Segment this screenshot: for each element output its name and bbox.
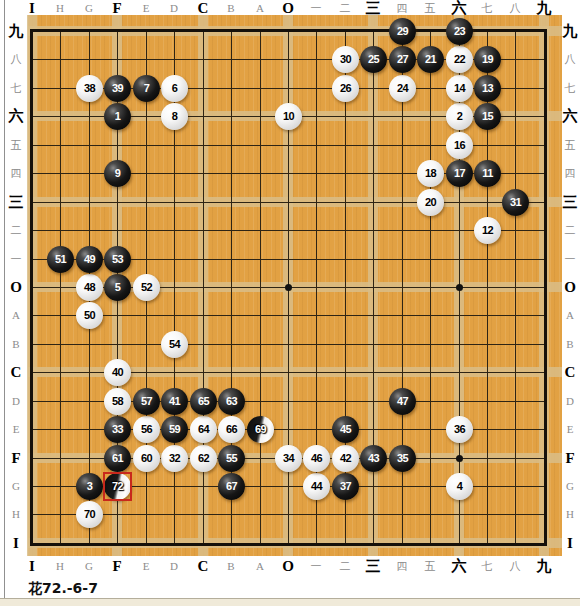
stone-move-number: 46 — [311, 453, 322, 464]
stone-black-3: 3 — [76, 473, 103, 500]
stone-black-43: 43 — [360, 445, 387, 472]
status-strip — [0, 598, 580, 606]
coordinate-label: 二 — [340, 559, 351, 574]
stone-white-56: 56 — [133, 416, 160, 443]
stone-white-14: 14 — [446, 75, 473, 102]
stone-move-number: 65 — [198, 396, 209, 407]
stone-move-number: 5 — [115, 282, 121, 293]
star-point — [456, 455, 463, 462]
coordinate-label: 一 — [311, 1, 322, 16]
stone-move-number: 18 — [425, 168, 436, 179]
stone-white-18: 18 — [417, 160, 444, 187]
stone-white-36: 36 — [446, 416, 473, 443]
stone-black-33: 33 — [104, 416, 131, 443]
stone-white-16: 16 — [446, 132, 473, 159]
coordinate-label: H — [566, 508, 574, 520]
coordinate-label: 七 — [565, 81, 576, 96]
stone-move-number: 16 — [454, 140, 465, 151]
stone-move-number: 56 — [141, 424, 152, 435]
coordinate-label: F — [11, 450, 20, 467]
coordinate-label: 六 — [563, 107, 578, 126]
coordinate-label: E — [143, 560, 150, 572]
coordinate-label: 二 — [565, 223, 576, 238]
stone-black-25: 25 — [360, 46, 387, 73]
stone-move-number: 41 — [169, 396, 180, 407]
stone-black-63: 63 — [218, 388, 245, 415]
stone-move-number: 20 — [425, 197, 436, 208]
coordinate-label: I — [29, 558, 35, 575]
stone-move-number: 50 — [84, 310, 95, 321]
coordinate-label: I — [29, 0, 35, 17]
coordinate-label: A — [256, 560, 264, 572]
stone-white-30: 30 — [332, 46, 359, 73]
stone-move-number: 15 — [482, 111, 493, 122]
stone-white-20: 20 — [417, 189, 444, 216]
coordinate-label: A — [566, 309, 574, 321]
coordinate-label: O — [10, 279, 22, 296]
stone-black-61: 61 — [104, 445, 131, 472]
stone-move-number: 11 — [482, 168, 493, 179]
stone-move-number: 35 — [397, 453, 408, 464]
stone-black-13: 13 — [474, 75, 501, 102]
stone-white-62: 62 — [190, 445, 217, 472]
stone-move-number: 32 — [169, 453, 180, 464]
stone-white-48: 48 — [76, 274, 103, 301]
stone-move-number: 54 — [169, 339, 180, 350]
stone-move-number: 62 — [198, 453, 209, 464]
coordinate-label: H — [12, 508, 20, 520]
stone-move-number: 4 — [457, 481, 463, 492]
stone-black-21: 21 — [417, 46, 444, 73]
stone-white-52: 52 — [133, 274, 160, 301]
stone-move-number: 60 — [141, 453, 152, 464]
stone-white-24: 24 — [389, 75, 416, 102]
coordinate-label: G — [85, 560, 93, 572]
coordinate-label: 三 — [563, 193, 578, 212]
coordinate-label: 八 — [510, 559, 521, 574]
stone-move-number: 2 — [457, 111, 463, 122]
stone-white-4: 4 — [446, 473, 473, 500]
coordinate-label: E — [567, 423, 574, 435]
coordinate-label: D — [566, 395, 574, 407]
coordinate-label: 五 — [11, 138, 22, 153]
stone-white-50: 50 — [76, 302, 103, 329]
stone-move-number: 53 — [112, 254, 123, 265]
last-move-marker — [103, 472, 132, 501]
stone-black-23: 23 — [446, 18, 473, 45]
stone-move-number: 3 — [87, 481, 93, 492]
coordinate-label: 四 — [565, 166, 576, 181]
stone-white-26: 26 — [332, 75, 359, 102]
stone-white-2: 2 — [446, 103, 473, 130]
stone-move-number: 10 — [283, 111, 294, 122]
stone-move-number: 30 — [340, 54, 351, 65]
stone-white-8: 8 — [161, 103, 188, 130]
stone-move-number: 64 — [198, 424, 209, 435]
stone-move-number: 49 — [84, 254, 95, 265]
stone-move-number: 6 — [172, 83, 178, 94]
window-border-left — [4, 0, 5, 606]
stone-white-12: 12 — [474, 217, 501, 244]
stone-white-40: 40 — [104, 359, 131, 386]
coordinate-label: A — [256, 2, 264, 14]
stone-white-22: 22 — [446, 46, 473, 73]
move-caption: 花72.-6-7 — [28, 580, 98, 598]
stone-move-number: 66 — [226, 424, 237, 435]
stone-move-number: 14 — [454, 83, 465, 94]
stone-white-70: 70 — [76, 501, 103, 528]
stone-black-37: 37 — [332, 473, 359, 500]
coordinate-label: B — [566, 338, 573, 350]
coordinate-label: 二 — [340, 1, 351, 16]
coordinate-label: 五 — [425, 559, 436, 574]
stone-move-number: 39 — [112, 83, 123, 94]
coordinate-label: 七 — [482, 1, 493, 16]
stone-black-1: 1 — [104, 103, 131, 130]
stone-black-57: 57 — [133, 388, 160, 415]
coordinate-label: O — [564, 279, 576, 296]
stone-move-number: 34 — [283, 453, 294, 464]
star-point — [285, 284, 292, 291]
coordinate-label: F — [112, 0, 121, 17]
stone-move-number: 63 — [226, 396, 237, 407]
stone-white-58: 58 — [104, 388, 131, 415]
coordinate-label: E — [143, 2, 150, 14]
coordinate-label: C — [11, 364, 22, 381]
stone-move-number: 21 — [425, 54, 436, 65]
stone-black-47: 47 — [389, 388, 416, 415]
stone-move-number: 36 — [454, 424, 465, 435]
coordinate-label: C — [198, 0, 209, 17]
stone-move-number: 27 — [397, 54, 408, 65]
stone-black-55: 55 — [218, 445, 245, 472]
coordinate-label: 八 — [11, 52, 22, 67]
stone-move-number: 69 — [255, 424, 266, 435]
coordinate-label: C — [198, 558, 209, 575]
stone-move-number: 55 — [226, 453, 237, 464]
stone-black-9: 9 — [104, 160, 131, 187]
stone-move-number: 24 — [397, 83, 408, 94]
stone-black-35: 35 — [389, 445, 416, 472]
stone-move-number: 9 — [115, 168, 121, 179]
stone-move-number: 70 — [84, 509, 95, 520]
stone-move-number: 61 — [112, 453, 123, 464]
coordinate-label: 一 — [11, 252, 22, 267]
stone-black-7: 7 — [133, 75, 160, 102]
stone-move-number: 44 — [311, 481, 322, 492]
stone-black-49: 49 — [76, 246, 103, 273]
stone-white-10: 10 — [275, 103, 302, 130]
stone-black-59: 59 — [161, 416, 188, 443]
stone-black-45: 45 — [332, 416, 359, 443]
coordinate-label: 四 — [397, 559, 408, 574]
coordinate-label: G — [12, 480, 20, 492]
coordinate-label: 五 — [425, 1, 436, 16]
stone-move-number: 58 — [112, 396, 123, 407]
stone-white-42: 42 — [332, 445, 359, 472]
stone-black-41: 41 — [161, 388, 188, 415]
stone-move-number: 7 — [144, 83, 150, 94]
star-point — [456, 284, 463, 291]
stone-black-65: 65 — [190, 388, 217, 415]
stone-black-11: 11 — [474, 160, 501, 187]
stone-move-number: 1 — [115, 111, 121, 122]
stone-white-64: 64 — [190, 416, 217, 443]
coordinate-label: D — [170, 2, 178, 14]
coordinate-label: O — [282, 0, 294, 17]
coordinate-label: H — [56, 560, 64, 572]
stone-move-number: 42 — [340, 453, 351, 464]
stone-move-number: 40 — [112, 367, 123, 378]
coordinate-label: I — [13, 535, 19, 552]
stone-white-38: 38 — [76, 75, 103, 102]
stone-move-number: 26 — [340, 83, 351, 94]
stone-move-number: 38 — [84, 83, 95, 94]
stone-black-67: 67 — [218, 473, 245, 500]
coordinate-label: H — [56, 2, 64, 14]
stone-move-number: 23 — [454, 26, 465, 37]
stone-move-number: 13 — [482, 83, 493, 94]
coordinate-label: E — [13, 423, 20, 435]
stone-black-53: 53 — [104, 246, 131, 273]
stone-black-39: 39 — [104, 75, 131, 102]
stone-move-number: 29 — [397, 26, 408, 37]
stone-move-number: 48 — [84, 282, 95, 293]
coordinate-label: B — [12, 338, 19, 350]
coordinate-label: 三 — [366, 557, 381, 576]
stone-move-number: 25 — [368, 54, 379, 65]
coordinate-label: 二 — [11, 223, 22, 238]
stone-black-19: 19 — [474, 46, 501, 73]
coordinate-label: B — [227, 560, 234, 572]
stone-black-69: 69 — [247, 416, 274, 443]
coordinate-label: 七 — [482, 559, 493, 574]
stone-black-27: 27 — [389, 46, 416, 73]
coordinate-label: F — [112, 558, 121, 575]
coordinate-label: B — [227, 2, 234, 14]
stone-black-31: 31 — [502, 189, 529, 216]
coordinate-label: 四 — [397, 1, 408, 16]
coordinate-label: 三 — [366, 0, 381, 18]
coordinate-label: 八 — [510, 1, 521, 16]
stone-move-number: 17 — [454, 168, 465, 179]
coordinate-label: 九 — [537, 557, 552, 576]
stone-black-5: 5 — [104, 274, 131, 301]
stone-move-number: 37 — [340, 481, 351, 492]
stone-move-number: 47 — [397, 396, 408, 407]
stone-white-32: 32 — [161, 445, 188, 472]
stone-black-51: 51 — [47, 246, 74, 273]
stone-white-44: 44 — [303, 473, 330, 500]
coordinate-label: D — [12, 395, 20, 407]
stone-white-6: 6 — [161, 75, 188, 102]
stone-move-number: 12 — [482, 225, 493, 236]
coordinate-label: F — [565, 450, 574, 467]
coordinate-label: 六 — [9, 107, 24, 126]
stone-move-number: 19 — [482, 54, 493, 65]
coordinate-label: 五 — [565, 138, 576, 153]
coordinate-label: 一 — [311, 559, 322, 574]
stone-move-number: 67 — [226, 481, 237, 492]
stone-white-54: 54 — [161, 331, 188, 358]
coordinate-label: 九 — [9, 22, 24, 41]
stone-move-number: 51 — [55, 254, 66, 265]
stone-move-number: 57 — [141, 396, 152, 407]
stone-white-46: 46 — [303, 445, 330, 472]
coordinate-label: D — [170, 560, 178, 572]
coordinate-label: 九 — [563, 22, 578, 41]
coordinate-label: 六 — [452, 557, 467, 576]
coordinate-label: 一 — [565, 252, 576, 267]
coordinate-label: I — [567, 535, 573, 552]
coordinate-label: 七 — [11, 81, 22, 96]
stone-move-number: 31 — [510, 197, 521, 208]
coordinate-label: 三 — [9, 193, 24, 212]
stone-move-number: 33 — [112, 424, 123, 435]
stone-move-number: 43 — [368, 453, 379, 464]
stone-white-60: 60 — [133, 445, 160, 472]
stone-white-66: 66 — [218, 416, 245, 443]
stone-black-17: 17 — [446, 160, 473, 187]
stone-move-number: 22 — [454, 54, 465, 65]
stone-move-number: 8 — [172, 111, 178, 122]
coordinate-label: 四 — [11, 166, 22, 181]
coordinate-label: 八 — [565, 52, 576, 67]
stone-black-29: 29 — [389, 18, 416, 45]
coordinate-label: 九 — [537, 0, 552, 18]
stone-move-number: 45 — [340, 424, 351, 435]
coordinate-label: G — [85, 2, 93, 14]
coordinate-label: 六 — [452, 0, 467, 18]
stone-move-number: 52 — [141, 282, 152, 293]
stone-move-number: 59 — [169, 424, 180, 435]
stone-white-34: 34 — [275, 445, 302, 472]
stone-black-15: 15 — [474, 103, 501, 130]
coordinate-label: G — [566, 480, 574, 492]
coordinate-label: A — [12, 309, 20, 321]
coordinate-label: O — [282, 558, 294, 575]
coordinate-label: C — [565, 364, 576, 381]
